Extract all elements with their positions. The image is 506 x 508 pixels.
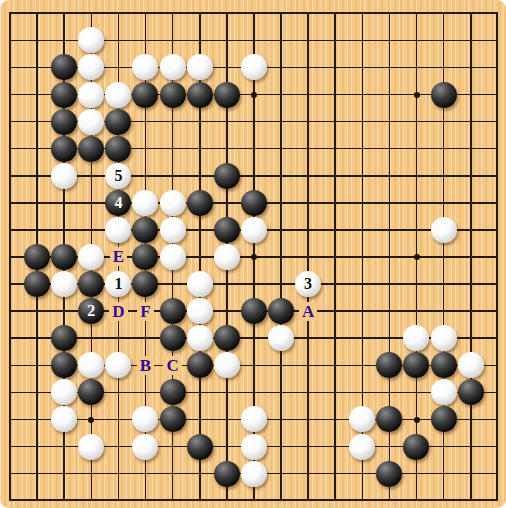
board-intersection[interactable] [186,352,213,379]
board-intersection[interactable] [484,216,506,243]
board-intersection[interactable] [322,271,349,298]
board-intersection[interactable] [267,81,294,108]
board-intersection[interactable] [24,298,51,325]
board-intersection[interactable] [457,487,484,508]
board-intersection[interactable] [51,433,78,460]
board-intersection[interactable] [457,108,484,135]
board-intersection[interactable] [267,216,294,243]
board-intersection[interactable] [24,216,51,243]
board-intersection[interactable] [457,271,484,298]
board-intersection[interactable] [159,81,186,108]
board-intersection[interactable] [186,162,213,189]
board-intersection[interactable] [186,108,213,135]
board-intersection[interactable] [267,243,294,270]
board-intersection[interactable] [132,135,159,162]
board-intersection[interactable] [186,460,213,487]
board-intersection[interactable] [430,379,457,406]
board-intersection[interactable] [132,379,159,406]
board-intersection[interactable] [267,54,294,81]
board-intersection[interactable] [322,243,349,270]
board-intersection[interactable] [240,243,267,270]
board-intersection[interactable]: F [132,298,159,325]
board-intersection[interactable] [240,0,267,27]
board-intersection[interactable] [484,162,506,189]
board-intersection[interactable] [457,406,484,433]
board-intersection[interactable] [213,487,240,508]
board-intersection[interactable] [240,487,267,508]
board-intersection[interactable] [376,135,403,162]
board-intersection[interactable] [484,379,506,406]
board-intersection[interactable] [24,379,51,406]
board-intersection[interactable] [403,81,430,108]
board-intersection[interactable] [376,27,403,54]
board-intersection[interactable] [159,379,186,406]
board-intersection[interactable] [78,271,105,298]
board-intersection[interactable] [430,487,457,508]
board-intersection[interactable] [213,54,240,81]
board-intersection[interactable] [322,298,349,325]
board-intersection[interactable] [349,135,376,162]
board-intersection[interactable] [51,108,78,135]
board-intersection[interactable] [267,189,294,216]
board-intersection[interactable] [159,406,186,433]
board-intersection[interactable] [240,216,267,243]
board-intersection[interactable] [240,406,267,433]
board-intersection[interactable] [457,189,484,216]
board-intersection[interactable] [159,243,186,270]
board-intersection[interactable] [132,108,159,135]
board-intersection[interactable] [78,379,105,406]
board-intersection[interactable] [51,298,78,325]
board-intersection[interactable] [322,487,349,508]
board-intersection[interactable] [78,0,105,27]
board-intersection[interactable] [213,406,240,433]
board-intersection[interactable] [213,271,240,298]
board-intersection[interactable] [105,433,132,460]
board-intersection[interactable] [484,298,506,325]
board-intersection[interactable] [78,135,105,162]
board-intersection[interactable] [159,460,186,487]
board-intersection[interactable] [78,216,105,243]
board-intersection[interactable] [186,433,213,460]
board-intersection[interactable] [376,54,403,81]
board-intersection[interactable] [430,162,457,189]
board-intersection[interactable] [376,352,403,379]
board-intersection[interactable] [403,108,430,135]
board-intersection[interactable]: C [159,352,186,379]
board-intersection[interactable] [51,271,78,298]
board-intersection[interactable] [484,108,506,135]
board-intersection[interactable] [24,487,51,508]
board-intersection[interactable] [78,325,105,352]
board-intersection[interactable] [132,406,159,433]
board-intersection[interactable] [132,433,159,460]
board-intersection[interactable] [376,243,403,270]
board-intersection[interactable] [484,81,506,108]
board-intersection[interactable] [132,27,159,54]
board-intersection[interactable] [484,54,506,81]
board-intersection[interactable] [294,243,321,270]
board-intersection[interactable] [376,0,403,27]
board-intersection[interactable] [294,135,321,162]
board-intersection[interactable] [213,0,240,27]
board-intersection[interactable] [322,460,349,487]
board-intersection[interactable] [403,352,430,379]
board-intersection[interactable] [51,379,78,406]
board-intersection[interactable] [213,243,240,270]
board-intersection[interactable] [349,27,376,54]
board-intersection[interactable] [132,325,159,352]
board-intersection[interactable] [376,81,403,108]
board-intersection[interactable] [403,379,430,406]
board-intersection[interactable] [186,298,213,325]
board-intersection[interactable] [105,81,132,108]
board-intersection[interactable] [430,27,457,54]
board-intersection[interactable] [0,162,24,189]
board-intersection[interactable] [0,243,24,270]
board-intersection[interactable] [484,406,506,433]
board-intersection[interactable] [24,27,51,54]
board-intersection[interactable]: E [105,243,132,270]
board-intersection[interactable] [24,0,51,27]
board-intersection[interactable] [105,135,132,162]
board-intersection[interactable] [294,54,321,81]
board-intersection[interactable] [294,189,321,216]
board-intersection[interactable] [430,216,457,243]
board-intersection[interactable] [24,162,51,189]
board-intersection[interactable] [267,135,294,162]
board-intersection[interactable] [349,352,376,379]
board-intersection[interactable] [0,352,24,379]
board-intersection[interactable] [322,379,349,406]
board-intersection[interactable] [376,108,403,135]
board-intersection[interactable] [376,433,403,460]
board-intersection[interactable] [0,0,24,27]
board-intersection[interactable] [240,27,267,54]
board-intersection[interactable] [294,460,321,487]
board-intersection[interactable] [294,0,321,27]
board-intersection[interactable] [294,379,321,406]
board-intersection[interactable] [484,352,506,379]
board-intersection[interactable] [484,135,506,162]
board-intersection[interactable] [105,0,132,27]
board-intersection[interactable] [457,460,484,487]
board-intersection[interactable] [349,108,376,135]
board-intersection[interactable] [294,487,321,508]
board-intersection[interactable] [105,54,132,81]
board-intersection[interactable] [213,216,240,243]
board-intersection[interactable] [267,298,294,325]
board-intersection[interactable] [267,433,294,460]
board-intersection[interactable] [24,108,51,135]
board-intersection[interactable] [105,406,132,433]
board-intersection[interactable] [78,189,105,216]
board-intersection[interactable] [430,0,457,27]
board-intersection[interactable] [0,135,24,162]
board-intersection[interactable] [403,27,430,54]
board-intersection[interactable] [51,460,78,487]
board-intersection[interactable] [240,460,267,487]
board-intersection[interactable] [0,460,24,487]
board-intersection[interactable] [24,243,51,270]
board-intersection[interactable] [159,325,186,352]
board-intersection[interactable] [78,108,105,135]
board-intersection[interactable] [105,216,132,243]
board-intersection[interactable] [294,27,321,54]
board-intersection[interactable] [51,27,78,54]
board-intersection[interactable] [376,487,403,508]
board-intersection[interactable] [240,189,267,216]
board-intersection[interactable] [349,271,376,298]
board-intersection[interactable] [132,271,159,298]
board-intersection[interactable] [430,433,457,460]
board-intersection[interactable] [376,325,403,352]
board-intersection[interactable] [267,487,294,508]
board-intersection[interactable] [322,406,349,433]
board-intersection[interactable] [186,243,213,270]
board-intersection[interactable] [376,298,403,325]
board-intersection[interactable]: 4 [105,189,132,216]
board-intersection[interactable] [51,54,78,81]
board-intersection[interactable] [267,406,294,433]
board-intersection[interactable] [322,352,349,379]
board-intersection[interactable] [0,406,24,433]
board-intersection[interactable] [403,54,430,81]
board-intersection[interactable] [349,460,376,487]
board-intersection[interactable] [430,298,457,325]
board-intersection[interactable] [159,487,186,508]
board-intersection[interactable] [349,189,376,216]
board-intersection[interactable] [322,433,349,460]
board-intersection[interactable] [186,379,213,406]
board-intersection[interactable] [105,379,132,406]
board-intersection[interactable] [403,0,430,27]
board-intersection[interactable] [0,379,24,406]
board-intersection[interactable] [430,243,457,270]
board-intersection[interactable] [132,189,159,216]
board-intersection[interactable] [24,189,51,216]
board-intersection[interactable] [24,406,51,433]
board-intersection[interactable] [240,352,267,379]
board-intersection[interactable] [159,108,186,135]
board-intersection[interactable] [430,108,457,135]
board-intersection[interactable] [51,162,78,189]
board-intersection[interactable] [213,379,240,406]
board-intersection[interactable] [430,352,457,379]
board-intersection[interactable] [484,189,506,216]
board-intersection[interactable] [457,27,484,54]
board-intersection[interactable] [349,216,376,243]
board-intersection[interactable] [0,433,24,460]
board-intersection[interactable]: 2 [78,298,105,325]
board-intersection[interactable] [240,325,267,352]
board-intersection[interactable] [24,135,51,162]
board-intersection[interactable] [105,460,132,487]
board-intersection[interactable] [132,243,159,270]
board-intersection[interactable] [78,54,105,81]
board-intersection[interactable] [78,406,105,433]
board-intersection[interactable] [403,325,430,352]
board-intersection[interactable] [213,27,240,54]
board-intersection[interactable] [376,379,403,406]
board-intersection[interactable] [213,325,240,352]
board-intersection[interactable] [484,433,506,460]
board-intersection[interactable] [376,271,403,298]
board-intersection[interactable] [457,216,484,243]
board-intersection[interactable]: 1 [105,271,132,298]
board-intersection[interactable] [484,0,506,27]
board-intersection[interactable] [24,433,51,460]
board-intersection[interactable] [349,81,376,108]
board-intersection[interactable] [51,325,78,352]
board-intersection[interactable] [24,460,51,487]
board-intersection[interactable] [267,27,294,54]
board-intersection[interactable] [403,406,430,433]
board-intersection[interactable] [484,487,506,508]
board-intersection[interactable] [376,460,403,487]
board-intersection[interactable] [0,325,24,352]
board-intersection[interactable] [403,162,430,189]
board-intersection[interactable] [430,460,457,487]
board-intersection[interactable] [349,0,376,27]
board-intersection[interactable] [24,54,51,81]
board-intersection[interactable] [484,325,506,352]
board-intersection[interactable] [0,108,24,135]
board-intersection[interactable] [267,108,294,135]
board-intersection[interactable]: B [132,352,159,379]
board-intersection[interactable] [186,406,213,433]
board-intersection[interactable] [457,0,484,27]
board-intersection[interactable] [430,81,457,108]
board-intersection[interactable] [78,243,105,270]
board-intersection[interactable] [132,54,159,81]
board-intersection[interactable] [240,108,267,135]
board-intersection[interactable] [403,460,430,487]
board-intersection[interactable] [349,298,376,325]
board-intersection[interactable] [267,352,294,379]
board-intersection[interactable] [159,216,186,243]
board-intersection[interactable] [186,81,213,108]
board-intersection[interactable] [322,189,349,216]
board-intersection[interactable] [186,54,213,81]
board-intersection[interactable] [78,460,105,487]
board-intersection[interactable] [349,433,376,460]
board-intersection[interactable] [186,0,213,27]
board-intersection[interactable] [294,216,321,243]
board-intersection[interactable] [349,162,376,189]
board-intersection[interactable] [349,54,376,81]
board-intersection[interactable] [240,271,267,298]
board-intersection[interactable] [457,379,484,406]
board-intersection[interactable] [403,189,430,216]
board-intersection[interactable] [294,81,321,108]
board-intersection[interactable] [240,162,267,189]
board-intersection[interactable] [0,216,24,243]
board-intersection[interactable] [322,135,349,162]
board-intersection[interactable] [457,162,484,189]
board-intersection[interactable] [51,0,78,27]
board-intersection[interactable] [240,379,267,406]
board-intersection[interactable] [240,54,267,81]
board-intersection[interactable] [403,298,430,325]
board-intersection[interactable] [186,216,213,243]
board-intersection[interactable] [159,27,186,54]
board-intersection[interactable] [0,81,24,108]
board-intersection[interactable] [0,487,24,508]
board-intersection[interactable] [24,81,51,108]
board-intersection[interactable] [78,27,105,54]
board-intersection[interactable]: 3 [294,271,321,298]
board-intersection[interactable] [430,406,457,433]
board-intersection[interactable] [159,189,186,216]
board-intersection[interactable] [24,325,51,352]
board-intersection[interactable] [240,81,267,108]
board-intersection[interactable] [457,135,484,162]
board-intersection[interactable] [267,271,294,298]
board-intersection[interactable] [159,433,186,460]
board-intersection[interactable] [403,271,430,298]
board-intersection[interactable] [240,298,267,325]
board-intersection[interactable] [213,298,240,325]
board-intersection[interactable] [24,271,51,298]
board-intersection[interactable] [51,243,78,270]
board-intersection[interactable] [186,189,213,216]
board-intersection[interactable] [213,135,240,162]
board-intersection[interactable] [294,406,321,433]
board-intersection[interactable] [430,189,457,216]
board-intersection[interactable]: A [294,298,321,325]
board-intersection[interactable] [51,352,78,379]
board-intersection[interactable] [267,325,294,352]
board-intersection[interactable] [322,216,349,243]
board-intersection[interactable] [0,27,24,54]
board-intersection[interactable] [376,406,403,433]
board-intersection[interactable] [105,352,132,379]
board-intersection[interactable] [186,487,213,508]
board-intersection[interactable] [484,460,506,487]
board-intersection[interactable] [376,162,403,189]
board-intersection[interactable] [159,162,186,189]
board-intersection[interactable] [403,487,430,508]
board-intersection[interactable] [376,216,403,243]
board-intersection[interactable] [78,433,105,460]
board-intersection[interactable] [294,433,321,460]
board-intersection[interactable] [240,135,267,162]
board-intersection[interactable] [403,433,430,460]
board-intersection[interactable] [457,352,484,379]
board-intersection[interactable] [322,81,349,108]
board-intersection[interactable] [267,460,294,487]
board-intersection[interactable] [484,271,506,298]
board-intersection[interactable] [484,243,506,270]
board-intersection[interactable] [376,189,403,216]
board-intersection[interactable] [430,135,457,162]
board-intersection[interactable] [213,433,240,460]
board-intersection[interactable] [132,81,159,108]
board-intersection[interactable] [24,352,51,379]
board-intersection[interactable] [0,298,24,325]
board-intersection[interactable] [105,27,132,54]
board-intersection[interactable] [51,487,78,508]
board-intersection[interactable] [0,271,24,298]
board-intersection[interactable] [457,325,484,352]
board-intersection[interactable] [403,243,430,270]
board-intersection[interactable] [322,0,349,27]
board-intersection[interactable] [51,216,78,243]
board-intersection[interactable] [267,0,294,27]
board-intersection[interactable] [51,189,78,216]
board-intersection[interactable] [322,325,349,352]
